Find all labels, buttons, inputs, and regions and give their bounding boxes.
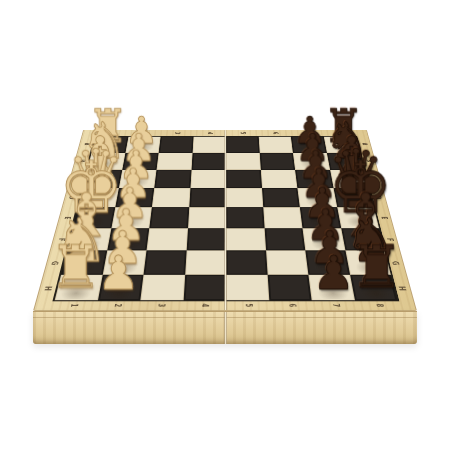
- board-square-f5[interactable]: [226, 228, 266, 250]
- board-square-e4[interactable]: [188, 207, 226, 228]
- board-square-c8[interactable]: [330, 170, 369, 188]
- coordinate-label-5: 5: [226, 131, 259, 136]
- board-square-a3[interactable]: [159, 137, 194, 153]
- board-square-d2[interactable]: [115, 188, 154, 207]
- board-square-a5[interactable]: [226, 137, 260, 153]
- board-square-d5[interactable]: [226, 188, 263, 207]
- board-square-b4[interactable]: [191, 153, 226, 170]
- board-square-d7[interactable]: [297, 188, 336, 207]
- board-square-h8[interactable]: [350, 274, 398, 300]
- board-square-c2[interactable]: [119, 170, 157, 188]
- board-square-e7[interactable]: [300, 207, 341, 228]
- board-square-f1[interactable]: [67, 228, 111, 250]
- board-square-g1[interactable]: [61, 250, 107, 274]
- board-square-a1[interactable]: [92, 137, 129, 153]
- coordinate-label-4: 4: [182, 301, 226, 310]
- board-square-f4[interactable]: [186, 228, 226, 250]
- board-square-b6[interactable]: [259, 153, 295, 170]
- board-square-a6[interactable]: [258, 137, 293, 153]
- board-square-h7[interactable]: [308, 274, 354, 300]
- board-square-g6[interactable]: [266, 250, 309, 274]
- coordinate-label-8: 8: [356, 301, 402, 310]
- board-square-e8[interactable]: [337, 207, 379, 228]
- board-square-b2[interactable]: [122, 153, 159, 170]
- board-square-h3[interactable]: [140, 274, 184, 300]
- coordinate-label-5: 5: [226, 301, 270, 310]
- board-square-e1[interactable]: [73, 207, 115, 228]
- board-square-g8[interactable]: [345, 250, 391, 274]
- coordinate-label-6: 6: [258, 131, 291, 136]
- board-square-c7[interactable]: [295, 170, 333, 188]
- coordinate-label-1: 1: [94, 131, 128, 136]
- board-square-d6[interactable]: [262, 188, 300, 207]
- board-square-g5[interactable]: [226, 250, 267, 274]
- board-square-h1[interactable]: [55, 274, 103, 300]
- board-square-d1[interactable]: [78, 188, 119, 207]
- chess-set-photo: 1122334455667788AABBCCDDEEFFGGHH ♜♞♝♛♚♝♞…: [0, 0, 450, 450]
- board-square-b3[interactable]: [157, 153, 193, 170]
- board-square-c1[interactable]: [83, 170, 122, 188]
- board-square-g2[interactable]: [102, 250, 146, 274]
- board-square-b8[interactable]: [326, 153, 364, 170]
- board-square-e2[interactable]: [111, 207, 152, 228]
- board-front-edge: [33, 311, 417, 344]
- board-square-c4[interactable]: [190, 170, 226, 188]
- board-square-c6[interactable]: [260, 170, 297, 188]
- coordinate-label-3: 3: [160, 131, 193, 136]
- board-square-h2[interactable]: [97, 274, 143, 300]
- board-square-d3[interactable]: [152, 188, 190, 207]
- board-square-h6[interactable]: [267, 274, 311, 300]
- chess-board: 1122334455667788AABBCCDDEEFFGGHH ♜♞♝♛♚♝♞…: [33, 130, 417, 311]
- board-square-a7[interactable]: [291, 137, 327, 153]
- board-square-b7[interactable]: [293, 153, 330, 170]
- board-square-a2[interactable]: [125, 137, 161, 153]
- board-square-a4[interactable]: [192, 137, 226, 153]
- board-square-e6[interactable]: [263, 207, 303, 228]
- board-square-f6[interactable]: [264, 228, 305, 250]
- board-square-f3[interactable]: [147, 228, 188, 250]
- coordinate-label-2: 2: [94, 301, 139, 310]
- board-grid: [52, 136, 399, 302]
- board-square-f8[interactable]: [341, 228, 385, 250]
- board-square-b5[interactable]: [226, 153, 261, 170]
- coordinate-label-7: 7: [313, 301, 358, 310]
- coordinate-label-7: 7: [291, 131, 324, 136]
- board-square-h4[interactable]: [183, 274, 226, 300]
- board-square-f7[interactable]: [302, 228, 345, 250]
- board-square-h5[interactable]: [226, 274, 269, 300]
- board-square-g4[interactable]: [185, 250, 226, 274]
- board-square-g3[interactable]: [144, 250, 187, 274]
- board-square-e3[interactable]: [149, 207, 189, 228]
- front-hinge-seam: [224, 312, 227, 344]
- board-square-b1[interactable]: [87, 153, 125, 170]
- board-square-c5[interactable]: [226, 170, 262, 188]
- board-square-e5[interactable]: [226, 207, 264, 228]
- coordinate-label-3: 3: [138, 301, 182, 310]
- coordinate-label-1: 1: [50, 301, 96, 310]
- coordinate-label-2: 2: [127, 131, 160, 136]
- board-square-c3[interactable]: [154, 170, 191, 188]
- coordinate-label-6: 6: [269, 301, 313, 310]
- coordinate-label-4: 4: [193, 131, 226, 136]
- board-square-d4[interactable]: [189, 188, 226, 207]
- board-square-g7[interactable]: [305, 250, 349, 274]
- board-square-f2[interactable]: [107, 228, 149, 250]
- coordinate-label-8: 8: [323, 131, 357, 136]
- board-square-d8[interactable]: [333, 188, 374, 207]
- board-square-a8[interactable]: [323, 137, 360, 153]
